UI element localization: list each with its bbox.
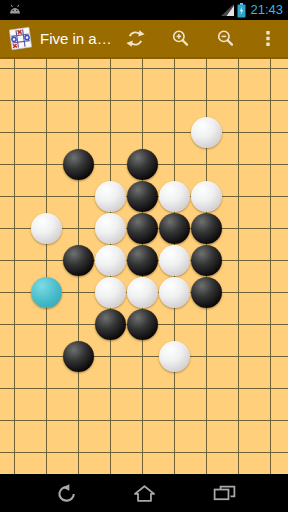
white-stone — [95, 181, 126, 212]
overflow-menu-button[interactable] — [248, 20, 288, 57]
black-stone — [63, 341, 94, 372]
page-title: Five in a… — [40, 30, 113, 47]
black-stone — [63, 149, 94, 180]
screen: 21:43 Five in a… — [0, 0, 288, 512]
navigation-bar — [0, 474, 288, 512]
zoom-in-icon — [170, 28, 191, 49]
board[interactable] — [0, 59, 288, 474]
battery-charging-icon — [237, 3, 246, 18]
black-stone — [127, 309, 158, 340]
white-stone — [159, 181, 190, 212]
grid-line-horizontal — [0, 68, 288, 69]
white-stone — [127, 277, 158, 308]
app-icon — [7, 25, 34, 52]
grid-line-vertical — [270, 59, 271, 474]
black-stone — [127, 181, 158, 212]
white-stone — [191, 181, 222, 212]
white-stone — [159, 277, 190, 308]
white-stone — [159, 341, 190, 372]
grid-line-horizontal — [0, 452, 288, 453]
white-stone — [191, 117, 222, 148]
black-stone — [191, 213, 222, 244]
black-stone — [127, 245, 158, 276]
android-mascot-icon — [8, 4, 22, 16]
grid-line-horizontal — [0, 420, 288, 421]
black-stone — [95, 309, 126, 340]
grid-line-horizontal — [0, 132, 288, 133]
zoom-out-button[interactable] — [203, 20, 248, 57]
status-bar: 21:43 — [0, 0, 288, 20]
recents-icon — [212, 484, 237, 503]
black-stone — [63, 245, 94, 276]
refresh-icon — [125, 28, 146, 49]
clock: 21:43 — [250, 0, 283, 20]
home-button[interactable] — [104, 474, 184, 512]
white-stone — [159, 245, 190, 276]
grid-line-vertical — [46, 59, 47, 474]
zoom-in-button[interactable] — [158, 20, 203, 57]
white-stone — [31, 213, 62, 244]
black-stone — [127, 149, 158, 180]
app-bar: Five in a… — [0, 20, 288, 59]
recents-button[interactable] — [184, 474, 264, 512]
white-stone — [95, 277, 126, 308]
white-stone — [95, 213, 126, 244]
grid-line-vertical — [238, 59, 239, 474]
zoom-out-icon — [215, 28, 236, 49]
refresh-button[interactable] — [113, 20, 158, 57]
home-icon — [132, 484, 157, 503]
grid-line-horizontal — [0, 388, 288, 389]
cyan-stone — [31, 277, 62, 308]
black-stone — [159, 213, 190, 244]
black-stone — [127, 213, 158, 244]
white-stone — [95, 245, 126, 276]
overflow-menu-icon — [261, 30, 275, 47]
back-button[interactable] — [24, 474, 104, 512]
grid-line-horizontal — [0, 356, 288, 357]
black-stone — [191, 277, 222, 308]
signal-strength-icon — [221, 4, 234, 16]
back-icon — [52, 484, 77, 503]
grid-line-horizontal — [0, 100, 288, 101]
grid-line-vertical — [14, 59, 15, 474]
black-stone — [191, 245, 222, 276]
